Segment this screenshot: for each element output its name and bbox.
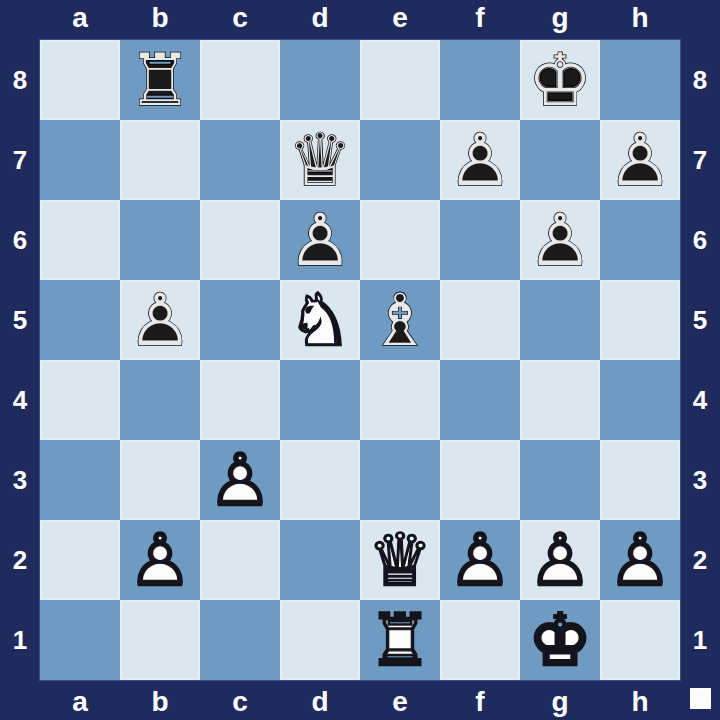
black-pawn-outline: ♙: [440, 120, 520, 200]
square-e5[interactable]: ♝♗: [360, 280, 440, 360]
square-b6[interactable]: [120, 200, 200, 280]
rank-label-8: 8: [0, 40, 40, 120]
piece-black-pawn[interactable]: ♟♙: [120, 280, 200, 360]
file-label-f: f: [440, 682, 520, 720]
piece-black-pawn[interactable]: ♟♙: [280, 200, 360, 280]
rank-label-4: 4: [680, 360, 720, 440]
square-d8[interactable]: [280, 40, 360, 120]
square-b5[interactable]: ♟♙: [120, 280, 200, 360]
rank-labels-right: 87654321: [680, 40, 720, 680]
white-pawn-outline: ♙: [200, 440, 280, 520]
black-pawn-glyph: ♟: [600, 120, 680, 200]
piece-black-pawn[interactable]: ♟♙: [520, 200, 600, 280]
piece-black-bishop[interactable]: ♝♗: [360, 280, 440, 360]
square-f3[interactable]: [440, 440, 520, 520]
square-f6[interactable]: [440, 200, 520, 280]
square-d3[interactable]: [280, 440, 360, 520]
piece-white-knight[interactable]: ♞♘: [280, 280, 360, 360]
file-label-b: b: [120, 0, 200, 38]
square-h8[interactable]: [600, 40, 680, 120]
piece-black-queen[interactable]: ♛♕: [280, 120, 360, 200]
piece-white-pawn[interactable]: ♟♙: [600, 520, 680, 600]
square-d6[interactable]: ♟♙: [280, 200, 360, 280]
square-c6[interactable]: [200, 200, 280, 280]
rank-label-7: 7: [0, 120, 40, 200]
piece-black-pawn[interactable]: ♟♙: [600, 120, 680, 200]
rank-label-7: 7: [680, 120, 720, 200]
square-e3[interactable]: [360, 440, 440, 520]
white-queen-outline: ♕: [360, 520, 440, 600]
rank-labels-left: 87654321: [0, 40, 40, 680]
black-pawn-glyph: ♟: [280, 200, 360, 280]
square-d4[interactable]: [280, 360, 360, 440]
file-label-d: d: [280, 0, 360, 38]
rank-label-3: 3: [680, 440, 720, 520]
white-pawn-outline: ♙: [520, 520, 600, 600]
white-pawn-outline: ♙: [120, 520, 200, 600]
white-pawn-outline: ♙: [440, 520, 520, 600]
piece-white-pawn[interactable]: ♟♙: [520, 520, 600, 600]
square-c2[interactable]: [200, 520, 280, 600]
square-f8[interactable]: [440, 40, 520, 120]
white-pawn-glyph: ♟: [120, 520, 200, 600]
rank-label-5: 5: [680, 280, 720, 360]
white-to-move-indicator: [690, 688, 711, 709]
piece-black-king[interactable]: ♚♔: [520, 40, 600, 120]
file-labels-bottom: abcdefgh: [40, 682, 680, 720]
piece-white-queen[interactable]: ♛♕: [360, 520, 440, 600]
square-h6[interactable]: [600, 200, 680, 280]
file-label-e: e: [360, 682, 440, 720]
square-b7[interactable]: [120, 120, 200, 200]
piece-white-pawn[interactable]: ♟♙: [440, 520, 520, 600]
white-rook-glyph: ♜: [360, 600, 440, 680]
square-e1[interactable]: ♜♖: [360, 600, 440, 680]
black-king-outline: ♔: [520, 40, 600, 120]
file-label-h: h: [600, 0, 680, 38]
file-labels-top: abcdefgh: [40, 0, 680, 38]
square-b2[interactable]: ♟♙: [120, 520, 200, 600]
white-knight-outline: ♘: [280, 280, 360, 360]
piece-white-pawn[interactable]: ♟♙: [120, 520, 200, 600]
rank-label-2: 2: [680, 520, 720, 600]
file-label-b: b: [120, 682, 200, 720]
square-a7[interactable]: [40, 120, 120, 200]
white-pawn-glyph: ♟: [600, 520, 680, 600]
black-pawn-outline: ♙: [120, 280, 200, 360]
file-label-g: g: [520, 0, 600, 38]
black-pawn-glyph: ♟: [520, 200, 600, 280]
white-rook-outline: ♖: [360, 600, 440, 680]
square-d7[interactable]: ♛♕: [280, 120, 360, 200]
square-d2[interactable]: [280, 520, 360, 600]
square-a2[interactable]: [40, 520, 120, 600]
square-e8[interactable]: [360, 40, 440, 120]
rank-label-1: 1: [680, 600, 720, 680]
square-c8[interactable]: [200, 40, 280, 120]
square-h5[interactable]: [600, 280, 680, 360]
square-g3[interactable]: [520, 440, 600, 520]
black-pawn-outline: ♙: [600, 120, 680, 200]
piece-black-pawn[interactable]: ♟♙: [440, 120, 520, 200]
rank-label-6: 6: [680, 200, 720, 280]
square-g6[interactable]: ♟♙: [520, 200, 600, 280]
black-pawn-glyph: ♟: [440, 120, 520, 200]
white-king-glyph: ♚: [520, 600, 600, 680]
square-a3[interactable]: [40, 440, 120, 520]
square-h7[interactable]: ♟♙: [600, 120, 680, 200]
square-g7[interactable]: [520, 120, 600, 200]
black-rook-outline: ♖: [120, 40, 200, 120]
white-pawn-glyph: ♟: [200, 440, 280, 520]
square-e7[interactable]: [360, 120, 440, 200]
square-g2[interactable]: ♟♙: [520, 520, 600, 600]
white-king-outline: ♔: [520, 600, 600, 680]
square-f1[interactable]: [440, 600, 520, 680]
piece-white-rook[interactable]: ♜♖: [360, 600, 440, 680]
square-b8[interactable]: ♜♖: [120, 40, 200, 120]
black-bishop-glyph: ♝: [360, 280, 440, 360]
file-label-d: d: [280, 682, 360, 720]
black-bishop-outline: ♗: [360, 280, 440, 360]
square-c7[interactable]: [200, 120, 280, 200]
square-a6[interactable]: [40, 200, 120, 280]
black-pawn-outline: ♙: [280, 200, 360, 280]
square-g1[interactable]: ♚♔: [520, 600, 600, 680]
rank-label-1: 1: [0, 600, 40, 680]
square-f4[interactable]: [440, 360, 520, 440]
square-h3[interactable]: [600, 440, 680, 520]
black-king-glyph: ♚: [520, 40, 600, 120]
square-f7[interactable]: ♟♙: [440, 120, 520, 200]
square-e6[interactable]: [360, 200, 440, 280]
square-h4[interactable]: [600, 360, 680, 440]
file-label-f: f: [440, 0, 520, 38]
file-label-h: h: [600, 682, 680, 720]
black-queen-glyph: ♛: [280, 120, 360, 200]
square-a8[interactable]: [40, 40, 120, 120]
square-a5[interactable]: [40, 280, 120, 360]
square-c4[interactable]: [200, 360, 280, 440]
square-g8[interactable]: ♚♔: [520, 40, 600, 120]
square-b4[interactable]: [120, 360, 200, 440]
chessboard-frame: abcdefgh 87654321 ♜♖♚♔♛♕♟♙♟♙♟♙♟♙♟♙♞♘♝♗♟♙…: [0, 0, 720, 720]
white-queen-glyph: ♛: [360, 520, 440, 600]
file-label-a: a: [40, 682, 120, 720]
square-h2[interactable]: ♟♙: [600, 520, 680, 600]
black-rook-glyph: ♜: [120, 40, 200, 120]
square-h1[interactable]: [600, 600, 680, 680]
square-a1[interactable]: [40, 600, 120, 680]
white-pawn-outline: ♙: [600, 520, 680, 600]
square-g4[interactable]: [520, 360, 600, 440]
square-c3[interactable]: ♟♙: [200, 440, 280, 520]
piece-black-rook[interactable]: ♜♖: [120, 40, 200, 120]
square-c5[interactable]: [200, 280, 280, 360]
rank-label-3: 3: [0, 440, 40, 520]
square-g5[interactable]: [520, 280, 600, 360]
chessboard[interactable]: ♜♖♚♔♛♕♟♙♟♙♟♙♟♙♟♙♞♘♝♗♟♙♟♙♛♕♟♙♟♙♟♙♜♖♚♔: [40, 40, 680, 680]
black-pawn-outline: ♙: [520, 200, 600, 280]
square-e2[interactable]: ♛♕: [360, 520, 440, 600]
rank-label-6: 6: [0, 200, 40, 280]
file-label-e: e: [360, 0, 440, 38]
rank-label-2: 2: [0, 520, 40, 600]
black-pawn-glyph: ♟: [120, 280, 200, 360]
square-f5[interactable]: [440, 280, 520, 360]
square-e4[interactable]: [360, 360, 440, 440]
piece-white-pawn[interactable]: ♟♙: [200, 440, 280, 520]
rank-label-5: 5: [0, 280, 40, 360]
white-knight-glyph: ♞: [280, 280, 360, 360]
piece-white-king[interactable]: ♚♔: [520, 600, 600, 680]
square-f2[interactable]: ♟♙: [440, 520, 520, 600]
square-b3[interactable]: [120, 440, 200, 520]
white-pawn-glyph: ♟: [520, 520, 600, 600]
white-pawn-glyph: ♟: [440, 520, 520, 600]
rank-label-4: 4: [0, 360, 40, 440]
square-d1[interactable]: [280, 600, 360, 680]
file-label-a: a: [40, 0, 120, 38]
square-b1[interactable]: [120, 600, 200, 680]
square-d5[interactable]: ♞♘: [280, 280, 360, 360]
square-c1[interactable]: [200, 600, 280, 680]
file-label-c: c: [200, 682, 280, 720]
file-label-c: c: [200, 0, 280, 38]
file-label-g: g: [520, 682, 600, 720]
black-queen-outline: ♕: [280, 120, 360, 200]
square-a4[interactable]: [40, 360, 120, 440]
rank-label-8: 8: [680, 40, 720, 120]
